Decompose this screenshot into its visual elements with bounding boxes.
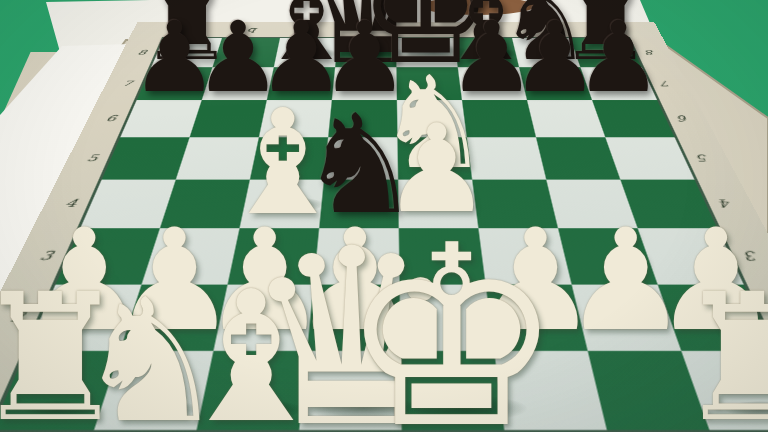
photo-stage: 8765432187654321abcdefgh ♜♝♛♚♝♞♜♟♟♟♟♟♟♟♞… [0,0,768,432]
pieces-layer: ♜♝♛♚♝♞♜♟♟♟♟♟♟♟♞♞♝♟♟♟♟♟♟♟♟♜♞♝♛♚♜ [0,0,768,432]
piece-white-rook-h1[interactable]: ♜ [674,271,768,432]
piece-white-king-e1[interactable]: ♚ [340,213,564,432]
piece-black-pawn-h7[interactable]: ♟ [575,9,663,107]
